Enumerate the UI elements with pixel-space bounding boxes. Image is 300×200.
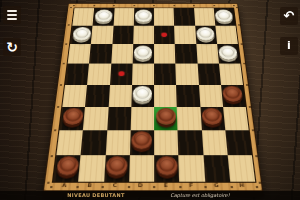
square-f3 xyxy=(177,107,201,130)
square-a6 xyxy=(68,44,91,64)
menu-button[interactable] xyxy=(3,6,21,24)
square-e7[interactable] xyxy=(154,26,175,45)
square-g8 xyxy=(194,8,216,26)
square-f1 xyxy=(179,155,205,182)
file-label-d: D xyxy=(127,181,153,191)
frame-nail xyxy=(65,43,67,44)
square-d3 xyxy=(130,107,154,130)
checkers-board xyxy=(52,8,257,183)
status-bar: NIVEAU DEBUTANT Capture est obligatoire! xyxy=(0,191,300,200)
square-h5 xyxy=(219,64,243,85)
white-man-d8[interactable] xyxy=(135,9,152,22)
file-label-e: E xyxy=(153,181,179,191)
square-a2 xyxy=(56,130,83,155)
hamburger-icon xyxy=(7,14,17,16)
square-a4 xyxy=(62,85,87,107)
square-c1[interactable] xyxy=(104,155,130,182)
frame-nail xyxy=(179,186,181,188)
frame-nail xyxy=(204,186,206,188)
square-b5 xyxy=(87,64,111,85)
frame-nail xyxy=(236,7,238,8)
square-f4[interactable] xyxy=(176,85,200,107)
frame-nail xyxy=(93,5,95,6)
frame-nail xyxy=(173,5,175,6)
square-g5[interactable] xyxy=(197,64,221,85)
capture-target-dot-e7[interactable] xyxy=(161,33,167,37)
square-c5[interactable] xyxy=(110,64,133,85)
square-h6[interactable] xyxy=(217,44,240,64)
file-label-a: A xyxy=(51,181,77,191)
frame-nail xyxy=(127,186,129,188)
red-man-h4[interactable] xyxy=(222,86,243,102)
square-e8 xyxy=(154,8,174,26)
square-e5[interactable] xyxy=(154,64,176,85)
restart-icon: ↻ xyxy=(6,38,18,56)
square-b4[interactable] xyxy=(85,85,109,107)
frame-nail xyxy=(241,43,243,44)
level-label: NIVEAU DEBUTANT xyxy=(58,191,134,200)
frame-nail xyxy=(133,5,135,6)
white-man-h8[interactable] xyxy=(215,9,234,22)
square-d1 xyxy=(129,155,154,182)
frame-nail xyxy=(113,5,115,6)
restart-button[interactable]: ↻ xyxy=(3,38,21,56)
frame-nail xyxy=(76,186,78,188)
frame-nail xyxy=(193,5,195,6)
file-label-f: F xyxy=(178,181,204,191)
frame-nail xyxy=(53,130,55,132)
square-e4 xyxy=(154,85,177,107)
square-h3 xyxy=(223,107,249,130)
square-g6 xyxy=(196,44,219,64)
frame-nail xyxy=(50,155,52,157)
square-d2[interactable] xyxy=(130,130,154,155)
square-c6 xyxy=(111,44,133,64)
square-h1 xyxy=(227,155,255,182)
square-f8[interactable] xyxy=(174,8,195,26)
square-f2[interactable] xyxy=(178,130,203,155)
frame-nail xyxy=(256,186,259,188)
frame-nail xyxy=(255,155,257,157)
square-c2 xyxy=(105,130,130,155)
app-screen: ABCDEFGH ↻ ↶ i NIVEAU DEBUTANT Capture e… xyxy=(0,0,300,200)
square-e6 xyxy=(154,44,176,64)
frame-nail xyxy=(213,5,215,6)
red-man-g3[interactable] xyxy=(202,108,223,125)
square-h7 xyxy=(215,26,238,45)
file-label-g: G xyxy=(203,181,229,191)
frame-nail xyxy=(70,7,72,8)
square-d5 xyxy=(132,64,154,85)
square-d6[interactable] xyxy=(132,44,154,64)
info-button[interactable]: i xyxy=(280,37,298,55)
file-label-b: B xyxy=(76,181,102,191)
info-icon: i xyxy=(287,37,291,55)
rule-message: Capture est obligatoire! xyxy=(163,191,237,200)
square-b8[interactable] xyxy=(93,8,114,26)
white-man-a7[interactable] xyxy=(72,27,91,40)
square-g2 xyxy=(201,130,227,155)
frame-nail xyxy=(252,130,254,132)
square-d7 xyxy=(133,26,154,45)
square-b3 xyxy=(83,107,108,130)
frame-nail xyxy=(230,186,232,188)
frame-nail xyxy=(153,186,155,188)
frame-nail xyxy=(246,84,248,86)
board-frame: ABCDEFGH xyxy=(43,3,264,191)
file-label-h: H xyxy=(229,181,255,191)
square-g4 xyxy=(198,85,222,107)
undo-icon: ↶ xyxy=(284,7,295,25)
square-b2[interactable] xyxy=(81,130,107,155)
frame-nail xyxy=(243,63,245,65)
undo-button[interactable]: ↶ xyxy=(280,7,298,25)
square-f7 xyxy=(174,26,196,45)
red-man-c1[interactable] xyxy=(106,157,128,176)
red-man-e1[interactable] xyxy=(156,157,177,176)
square-d8[interactable] xyxy=(134,8,154,26)
square-c7[interactable] xyxy=(112,26,134,45)
square-a8 xyxy=(72,8,94,26)
frame-nail xyxy=(73,5,75,6)
frame-nail xyxy=(59,84,61,86)
square-g7[interactable] xyxy=(195,26,217,45)
frame-nail xyxy=(259,182,262,184)
square-a7[interactable] xyxy=(70,26,93,45)
square-g3[interactable] xyxy=(200,107,225,130)
capture-target-dot-c5[interactable] xyxy=(118,72,124,77)
square-b7 xyxy=(91,26,113,45)
square-c4 xyxy=(108,85,132,107)
red-man-a3[interactable] xyxy=(62,108,84,125)
red-man-d2[interactable] xyxy=(132,132,153,150)
square-h8[interactable] xyxy=(213,8,235,26)
square-a5[interactable] xyxy=(65,64,89,85)
white-man-h6[interactable] xyxy=(219,45,239,59)
square-g1[interactable] xyxy=(203,155,230,182)
frame-nail xyxy=(249,106,251,108)
white-man-d4[interactable] xyxy=(133,86,152,102)
square-b1 xyxy=(78,155,105,182)
frame-nail xyxy=(67,25,69,26)
board-scene: ABCDEFGH xyxy=(43,3,264,191)
frame-nail xyxy=(233,5,235,6)
red-man-e3[interactable] xyxy=(156,108,176,125)
square-f5 xyxy=(176,64,199,85)
frame-nail xyxy=(153,5,155,6)
square-d4[interactable] xyxy=(131,85,154,107)
square-e2 xyxy=(154,130,178,155)
square-e1[interactable] xyxy=(154,155,179,182)
square-h2[interactable] xyxy=(225,130,252,155)
white-man-d6[interactable] xyxy=(134,45,152,59)
hamburger-icon xyxy=(7,18,17,20)
square-h4[interactable] xyxy=(221,85,246,107)
square-e3[interactable] xyxy=(154,107,178,130)
frame-nail xyxy=(47,182,50,184)
frame-nail xyxy=(238,25,240,26)
red-man-a1[interactable] xyxy=(56,157,79,176)
white-man-g7[interactable] xyxy=(196,27,215,40)
hamburger-icon xyxy=(7,10,17,12)
square-a3[interactable] xyxy=(59,107,85,130)
white-man-b8[interactable] xyxy=(95,9,113,22)
square-a1[interactable] xyxy=(53,155,81,182)
square-c8 xyxy=(113,8,134,26)
file-label-c: C xyxy=(102,181,128,191)
frame-nail xyxy=(57,106,59,108)
square-c3[interactable] xyxy=(107,107,131,130)
square-f6[interactable] xyxy=(175,44,197,64)
square-b6[interactable] xyxy=(89,44,112,64)
frame-nail xyxy=(62,63,64,65)
